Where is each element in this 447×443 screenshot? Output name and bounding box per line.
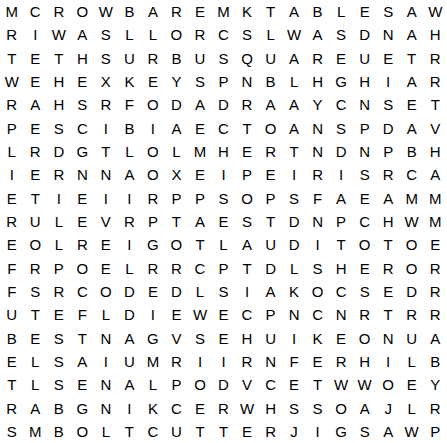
grid-cell[interactable]: D <box>353 23 377 46</box>
grid-cell[interactable]: O <box>165 233 189 256</box>
grid-cell[interactable]: T <box>306 373 330 396</box>
grid-cell[interactable]: P <box>212 256 236 279</box>
grid-cell[interactable]: N <box>376 326 400 349</box>
grid-cell[interactable]: H <box>423 23 447 46</box>
grid-cell[interactable]: R <box>423 70 447 93</box>
grid-cell[interactable]: T <box>0 373 24 396</box>
grid-cell[interactable]: S <box>212 47 236 70</box>
grid-cell[interactable]: I <box>24 23 48 46</box>
grid-cell[interactable]: N <box>306 210 330 233</box>
grid-cell[interactable]: E <box>71 210 95 233</box>
grid-cell[interactable]: W <box>329 373 353 396</box>
grid-cell[interactable]: W <box>94 0 118 23</box>
grid-cell[interactable]: T <box>165 210 189 233</box>
grid-cell[interactable]: N <box>282 303 306 326</box>
grid-cell[interactable]: C <box>329 280 353 303</box>
grid-cell[interactable]: E <box>235 420 259 443</box>
grid-cell[interactable]: E <box>400 93 424 116</box>
grid-cell[interactable]: H <box>71 47 95 70</box>
grid-cell[interactable]: D <box>282 210 306 233</box>
grid-cell[interactable]: C <box>329 93 353 116</box>
grid-cell[interactable]: I <box>212 163 236 186</box>
grid-cell[interactable]: E <box>165 303 189 326</box>
grid-cell[interactable]: E <box>235 140 259 163</box>
grid-cell[interactable]: R <box>141 187 165 210</box>
grid-cell[interactable]: T <box>235 117 259 140</box>
grid-cell[interactable]: E <box>24 163 48 186</box>
grid-cell[interactable]: M <box>0 0 24 23</box>
grid-cell[interactable]: H <box>423 140 447 163</box>
grid-cell[interactable]: N <box>71 163 95 186</box>
grid-cell[interactable]: P <box>188 187 212 210</box>
grid-cell[interactable]: R <box>235 93 259 116</box>
grid-cell[interactable]: R <box>400 303 424 326</box>
grid-cell[interactable]: I <box>0 163 24 186</box>
grid-cell[interactable]: J <box>376 396 400 419</box>
grid-cell[interactable]: I <box>329 163 353 186</box>
grid-cell[interactable]: O <box>71 0 95 23</box>
grid-cell[interactable]: G <box>141 233 165 256</box>
grid-cell[interactable]: S <box>47 350 71 373</box>
grid-cell[interactable]: T <box>282 140 306 163</box>
grid-cell[interactable]: D <box>118 280 142 303</box>
grid-cell[interactable]: N <box>94 326 118 349</box>
grid-cell[interactable]: I <box>212 350 236 373</box>
grid-cell[interactable]: E <box>94 256 118 279</box>
grid-cell[interactable]: W <box>47 23 71 46</box>
grid-cell[interactable]: C <box>188 256 212 279</box>
grid-cell[interactable]: I <box>141 303 165 326</box>
grid-cell[interactable]: S <box>47 373 71 396</box>
grid-cell[interactable]: T <box>235 256 259 279</box>
grid-cell[interactable]: I <box>94 350 118 373</box>
grid-cell[interactable]: R <box>329 350 353 373</box>
grid-cell[interactable]: A <box>329 187 353 210</box>
grid-cell[interactable]: Q <box>235 47 259 70</box>
grid-cell[interactable]: N <box>94 396 118 419</box>
grid-cell[interactable]: U <box>259 47 283 70</box>
grid-cell[interactable]: S <box>24 280 48 303</box>
grid-cell[interactable]: S <box>235 23 259 46</box>
grid-cell[interactable]: T <box>24 303 48 326</box>
grid-cell[interactable]: R <box>24 140 48 163</box>
grid-cell[interactable]: Y <box>165 70 189 93</box>
grid-cell[interactable]: T <box>118 420 142 443</box>
grid-cell[interactable]: F <box>282 350 306 373</box>
grid-cell[interactable]: A <box>24 93 48 116</box>
grid-cell[interactable]: A <box>282 47 306 70</box>
grid-cell[interactable]: A <box>24 396 48 419</box>
grid-cell[interactable]: E <box>212 210 236 233</box>
grid-cell[interactable]: S <box>353 163 377 186</box>
grid-cell[interactable]: V <box>94 210 118 233</box>
grid-cell[interactable]: I <box>235 280 259 303</box>
grid-cell[interactable]: B <box>400 140 424 163</box>
grid-cell[interactable]: B <box>47 420 71 443</box>
grid-cell[interactable]: E <box>94 233 118 256</box>
grid-cell[interactable]: L <box>188 280 212 303</box>
grid-cell[interactable]: U <box>165 420 189 443</box>
grid-cell[interactable]: R <box>0 210 24 233</box>
grid-cell[interactable]: R <box>423 280 447 303</box>
grid-cell[interactable]: E <box>0 187 24 210</box>
grid-cell[interactable]: P <box>165 187 189 210</box>
grid-cell[interactable]: A <box>400 70 424 93</box>
grid-cell[interactable]: H <box>353 70 377 93</box>
grid-cell[interactable]: R <box>47 163 71 186</box>
grid-cell[interactable]: V <box>235 373 259 396</box>
grid-cell[interactable]: E <box>0 233 24 256</box>
grid-cell[interactable]: A <box>71 23 95 46</box>
grid-cell[interactable]: R <box>423 256 447 279</box>
grid-cell[interactable]: N <box>235 70 259 93</box>
grid-cell[interactable]: U <box>188 47 212 70</box>
grid-cell[interactable]: F <box>0 280 24 303</box>
grid-cell[interactable]: I <box>141 117 165 140</box>
grid-cell[interactable]: R <box>212 396 236 419</box>
grid-cell[interactable]: U <box>259 233 283 256</box>
grid-cell[interactable]: R <box>141 256 165 279</box>
grid-cell[interactable]: L <box>118 23 142 46</box>
grid-cell[interactable]: T <box>212 420 236 443</box>
grid-cell[interactable]: A <box>118 373 142 396</box>
grid-cell[interactable]: S <box>376 93 400 116</box>
grid-cell[interactable]: R <box>118 210 142 233</box>
grid-cell[interactable]: C <box>212 23 236 46</box>
grid-cell[interactable]: E <box>141 280 165 303</box>
grid-cell[interactable]: K <box>235 0 259 23</box>
grid-cell[interactable]: O <box>94 280 118 303</box>
grid-cell[interactable]: N <box>259 350 283 373</box>
grid-cell[interactable]: L <box>24 350 48 373</box>
grid-cell[interactable]: D <box>47 140 71 163</box>
grid-cell[interactable]: E <box>24 70 48 93</box>
grid-cell[interactable]: L <box>0 140 24 163</box>
grid-cell[interactable]: T <box>188 420 212 443</box>
grid-cell[interactable]: E <box>259 163 283 186</box>
grid-cell[interactable]: X <box>94 70 118 93</box>
grid-cell[interactable]: T <box>0 47 24 70</box>
grid-cell[interactable]: U <box>0 303 24 326</box>
grid-cell[interactable]: M <box>24 420 48 443</box>
grid-cell[interactable]: R <box>165 0 189 23</box>
grid-cell[interactable]: R <box>47 280 71 303</box>
grid-cell[interactable]: A <box>376 420 400 443</box>
grid-cell[interactable]: H <box>306 70 330 93</box>
grid-cell[interactable]: H <box>47 70 71 93</box>
grid-cell[interactable]: D <box>212 93 236 116</box>
grid-cell[interactable]: L <box>282 70 306 93</box>
grid-cell[interactable]: D <box>376 117 400 140</box>
grid-cell[interactable]: O <box>71 420 95 443</box>
grid-cell[interactable]: N <box>376 23 400 46</box>
grid-cell[interactable]: G <box>329 420 353 443</box>
grid-cell[interactable]: A <box>235 233 259 256</box>
grid-cell[interactable]: O <box>24 233 48 256</box>
grid-cell[interactable]: B <box>423 350 447 373</box>
grid-cell[interactable]: G <box>141 326 165 349</box>
grid-cell[interactable]: S <box>306 256 330 279</box>
grid-cell[interactable]: T <box>24 187 48 210</box>
grid-cell[interactable]: E <box>71 70 95 93</box>
grid-cell[interactable]: H <box>47 93 71 116</box>
grid-cell[interactable]: M <box>423 210 447 233</box>
grid-cell[interactable]: A <box>165 117 189 140</box>
grid-cell[interactable]: L <box>259 23 283 46</box>
grid-cell[interactable]: E <box>188 396 212 419</box>
grid-cell[interactable]: H <box>353 350 377 373</box>
grid-cell[interactable]: L <box>118 140 142 163</box>
grid-cell[interactable]: A <box>282 93 306 116</box>
grid-cell[interactable]: R <box>141 47 165 70</box>
grid-cell[interactable]: C <box>71 117 95 140</box>
grid-cell[interactable]: E <box>24 117 48 140</box>
grid-cell[interactable]: M <box>212 0 236 23</box>
grid-cell[interactable]: S <box>282 187 306 210</box>
grid-cell[interactable]: A <box>118 326 142 349</box>
grid-cell[interactable]: B <box>118 117 142 140</box>
grid-cell[interactable]: D <box>259 256 283 279</box>
grid-cell[interactable]: B <box>165 47 189 70</box>
grid-cell[interactable]: D <box>282 233 306 256</box>
grid-cell[interactable]: N <box>306 140 330 163</box>
grid-cell[interactable]: L <box>141 373 165 396</box>
grid-cell[interactable]: A <box>188 210 212 233</box>
grid-cell[interactable]: S <box>94 23 118 46</box>
grid-cell[interactable]: E <box>353 256 377 279</box>
grid-cell[interactable]: E <box>24 326 48 349</box>
grid-cell[interactable]: E <box>353 0 377 23</box>
grid-cell[interactable]: B <box>306 0 330 23</box>
grid-cell[interactable]: E <box>353 187 377 210</box>
grid-cell[interactable]: I <box>376 70 400 93</box>
grid-cell[interactable]: M <box>188 140 212 163</box>
grid-cell[interactable]: O <box>329 396 353 419</box>
grid-cell[interactable]: H <box>376 210 400 233</box>
grid-cell[interactable]: W <box>188 303 212 326</box>
grid-cell[interactable]: C <box>141 420 165 443</box>
grid-cell[interactable]: W <box>282 23 306 46</box>
grid-cell[interactable]: B <box>0 326 24 349</box>
grid-cell[interactable]: T <box>400 47 424 70</box>
grid-cell[interactable]: P <box>259 303 283 326</box>
grid-cell[interactable]: E <box>71 373 95 396</box>
grid-cell[interactable]: U <box>118 47 142 70</box>
grid-cell[interactable]: R <box>165 256 189 279</box>
grid-cell[interactable]: P <box>165 373 189 396</box>
grid-cell[interactable]: S <box>282 396 306 419</box>
grid-cell[interactable]: A <box>423 326 447 349</box>
grid-cell[interactable]: R <box>0 23 24 46</box>
grid-cell[interactable]: O <box>400 233 424 256</box>
grid-cell[interactable]: E <box>24 47 48 70</box>
grid-cell[interactable]: E <box>188 0 212 23</box>
grid-cell[interactable]: A <box>376 187 400 210</box>
grid-cell[interactable]: S <box>329 23 353 46</box>
grid-cell[interactable]: L <box>329 0 353 23</box>
grid-cell[interactable]: W <box>0 70 24 93</box>
grid-cell[interactable]: F <box>118 93 142 116</box>
grid-cell[interactable]: S <box>376 0 400 23</box>
grid-cell[interactable]: H <box>259 396 283 419</box>
grid-cell[interactable]: S <box>353 420 377 443</box>
grid-cell[interactable]: A <box>259 280 283 303</box>
grid-cell[interactable]: I <box>376 350 400 373</box>
grid-cell[interactable]: L <box>165 140 189 163</box>
grid-cell[interactable]: I <box>94 187 118 210</box>
grid-cell[interactable]: L <box>47 233 71 256</box>
grid-cell[interactable]: P <box>47 256 71 279</box>
grid-cell[interactable]: R <box>306 163 330 186</box>
grid-cell[interactable]: J <box>282 420 306 443</box>
grid-cell[interactable]: U <box>24 210 48 233</box>
grid-cell[interactable]: O <box>259 117 283 140</box>
grid-cell[interactable]: B <box>47 396 71 419</box>
grid-cell[interactable]: T <box>329 233 353 256</box>
grid-cell[interactable]: P <box>329 210 353 233</box>
grid-cell[interactable]: O <box>306 280 330 303</box>
grid-cell[interactable]: O <box>188 373 212 396</box>
grid-cell[interactable]: A <box>423 163 447 186</box>
grid-cell[interactable]: H <box>235 326 259 349</box>
grid-cell[interactable]: I <box>94 117 118 140</box>
grid-cell[interactable]: N <box>353 140 377 163</box>
grid-cell[interactable]: W <box>400 210 424 233</box>
grid-cell[interactable]: I <box>118 396 142 419</box>
grid-cell[interactable]: D <box>118 303 142 326</box>
grid-cell[interactable]: C <box>235 303 259 326</box>
grid-cell[interactable]: T <box>94 140 118 163</box>
grid-cell[interactable]: E <box>282 373 306 396</box>
grid-cell[interactable]: Y <box>423 373 447 396</box>
grid-cell[interactable]: O <box>165 23 189 46</box>
grid-cell[interactable]: A <box>400 117 424 140</box>
grid-cell[interactable]: O <box>141 163 165 186</box>
grid-cell[interactable]: R <box>306 47 330 70</box>
grid-cell[interactable]: M <box>423 187 447 210</box>
grid-cell[interactable]: P <box>376 140 400 163</box>
grid-cell[interactable]: P <box>235 163 259 186</box>
grid-cell[interactable]: G <box>71 140 95 163</box>
grid-cell[interactable]: R <box>423 396 447 419</box>
grid-cell[interactable]: P <box>423 420 447 443</box>
grid-cell[interactable]: E <box>376 47 400 70</box>
grid-cell[interactable]: O <box>235 187 259 210</box>
grid-cell[interactable]: S <box>306 396 330 419</box>
grid-cell[interactable]: L <box>24 373 48 396</box>
grid-cell[interactable]: I <box>47 187 71 210</box>
grid-cell[interactable]: S <box>329 117 353 140</box>
grid-cell[interactable]: C <box>212 117 236 140</box>
grid-cell[interactable]: A <box>118 163 142 186</box>
grid-cell[interactable]: R <box>47 0 71 23</box>
grid-cell[interactable]: A <box>141 0 165 23</box>
grid-cell[interactable]: H <box>329 256 353 279</box>
grid-cell[interactable]: I <box>188 350 212 373</box>
grid-cell[interactable]: D <box>329 140 353 163</box>
grid-cell[interactable]: A <box>282 0 306 23</box>
grid-cell[interactable]: U <box>353 47 377 70</box>
grid-cell[interactable]: A <box>71 350 95 373</box>
grid-cell[interactable]: C <box>353 210 377 233</box>
grid-cell[interactable]: C <box>24 0 48 23</box>
grid-cell[interactable]: H <box>212 140 236 163</box>
grid-cell[interactable]: C <box>71 280 95 303</box>
grid-cell[interactable]: W <box>353 373 377 396</box>
grid-cell[interactable]: M <box>141 350 165 373</box>
grid-cell[interactable]: R <box>259 420 283 443</box>
grid-cell[interactable]: R <box>376 256 400 279</box>
grid-cell[interactable]: R <box>94 93 118 116</box>
grid-cell[interactable]: E <box>306 350 330 373</box>
grid-cell[interactable]: R <box>188 23 212 46</box>
grid-cell[interactable]: T <box>376 233 400 256</box>
grid-cell[interactable]: B <box>118 0 142 23</box>
grid-cell[interactable]: B <box>259 70 283 93</box>
grid-cell[interactable]: A <box>306 23 330 46</box>
grid-cell[interactable]: P <box>259 187 283 210</box>
grid-cell[interactable]: S <box>47 326 71 349</box>
grid-cell[interactable]: T <box>423 93 447 116</box>
grid-cell[interactable]: S <box>353 280 377 303</box>
grid-cell[interactable]: N <box>94 373 118 396</box>
grid-cell[interactable]: R <box>71 233 95 256</box>
grid-cell[interactable]: R <box>235 350 259 373</box>
grid-cell[interactable]: S <box>71 93 95 116</box>
grid-cell[interactable]: O <box>141 93 165 116</box>
grid-cell[interactable]: U <box>259 326 283 349</box>
grid-cell[interactable]: O <box>353 233 377 256</box>
grid-cell[interactable]: E <box>376 280 400 303</box>
grid-cell[interactable]: S <box>212 280 236 303</box>
grid-cell[interactable]: P <box>0 117 24 140</box>
grid-cell[interactable]: E <box>0 350 24 373</box>
grid-cell[interactable]: I <box>306 233 330 256</box>
grid-cell[interactable]: D <box>165 93 189 116</box>
grid-cell[interactable]: R <box>0 396 24 419</box>
grid-cell[interactable]: T <box>47 47 71 70</box>
grid-cell[interactable]: E <box>47 303 71 326</box>
grid-cell[interactable]: K <box>282 280 306 303</box>
grid-cell[interactable]: F <box>0 256 24 279</box>
grid-cell[interactable]: R <box>423 47 447 70</box>
grid-cell[interactable]: E <box>212 303 236 326</box>
grid-cell[interactable]: L <box>118 256 142 279</box>
grid-cell[interactable]: L <box>94 303 118 326</box>
grid-cell[interactable]: S <box>0 420 24 443</box>
grid-cell[interactable]: T <box>259 210 283 233</box>
grid-cell[interactable]: E <box>329 47 353 70</box>
grid-cell[interactable]: D <box>400 280 424 303</box>
grid-cell[interactable]: O <box>71 256 95 279</box>
grid-cell[interactable]: E <box>188 117 212 140</box>
grid-cell[interactable]: L <box>141 23 165 46</box>
grid-cell[interactable]: I <box>306 420 330 443</box>
grid-cell[interactable]: A <box>400 0 424 23</box>
grid-cell[interactable]: O <box>376 373 400 396</box>
grid-cell[interactable]: L <box>400 396 424 419</box>
grid-cell[interactable]: L <box>400 350 424 373</box>
grid-cell[interactable]: O <box>353 326 377 349</box>
grid-cell[interactable]: V <box>423 117 447 140</box>
grid-cell[interactable]: T <box>259 0 283 23</box>
grid-cell[interactable]: R <box>376 163 400 186</box>
grid-cell[interactable]: I <box>282 326 306 349</box>
grid-cell[interactable]: E <box>141 70 165 93</box>
grid-cell[interactable]: C <box>259 373 283 396</box>
grid-cell[interactable]: T <box>71 326 95 349</box>
grid-cell[interactable]: A <box>188 93 212 116</box>
